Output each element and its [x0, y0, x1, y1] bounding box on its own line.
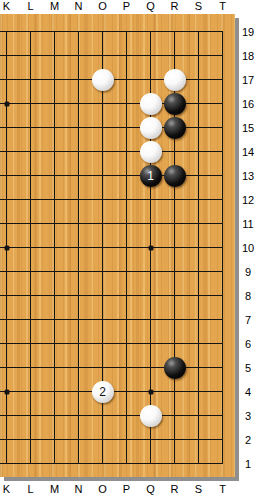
coord-label-row-18: 18	[236, 49, 260, 63]
coord-label-top-P: P	[115, 0, 139, 13]
star-point-Q10	[148, 246, 153, 251]
stone-white-Q14[interactable]	[140, 141, 162, 163]
coord-label-row-4: 4	[236, 385, 260, 399]
star-point-K16	[4, 102, 9, 107]
coord-label-bottom-S: S	[187, 483, 211, 496]
coord-label-top-L: L	[19, 0, 43, 13]
coord-label-row-3: 3	[236, 409, 260, 423]
coord-label-top-S: S	[187, 0, 211, 13]
coord-label-row-9: 9	[236, 265, 260, 279]
stone-white-Q3[interactable]	[140, 405, 162, 427]
stone-white-O4[interactable]: 2	[92, 381, 114, 403]
grid-line-row-9	[0, 271, 223, 272]
coord-label-bottom-T: T	[211, 483, 235, 496]
grid-line-row-14	[0, 151, 223, 152]
grid-line-row-18	[0, 55, 223, 56]
grid-line-row-10	[0, 247, 223, 248]
coord-label-row-5: 5	[236, 361, 260, 375]
coord-label-top-N: N	[67, 0, 91, 13]
stone-white-R17[interactable]	[164, 69, 186, 91]
coord-label-row-16: 16	[236, 97, 260, 111]
coord-label-bottom-L: L	[19, 483, 43, 496]
star-point-Q4	[148, 390, 153, 395]
coord-label-bottom-N: N	[67, 483, 91, 496]
go-board[interactable]: 12	[0, 14, 235, 477]
coord-label-row-2: 2	[236, 433, 260, 447]
grid-line-row-3	[0, 415, 223, 416]
grid-line-row-12	[0, 199, 223, 200]
stone-black-Q13[interactable]: 1	[140, 165, 162, 187]
grid-line-row-8	[0, 295, 223, 296]
coord-label-row-1: 1	[236, 457, 260, 471]
move-number-label: 1	[147, 170, 154, 182]
grid-line-row-6	[0, 343, 223, 344]
coord-label-bottom-M: M	[43, 483, 67, 496]
coord-label-bottom-O: O	[91, 483, 115, 496]
stone-black-R13[interactable]	[164, 165, 186, 187]
coord-label-row-7: 7	[236, 313, 260, 327]
grid-line-row-1	[0, 463, 223, 464]
stone-white-O17[interactable]	[92, 69, 114, 91]
coord-label-top-K: K	[0, 0, 19, 13]
coord-label-row-12: 12	[236, 193, 260, 207]
stone-black-R16[interactable]	[164, 93, 186, 115]
coord-label-top-M: M	[43, 0, 67, 13]
grid-line-row-16	[0, 103, 223, 104]
coord-label-bottom-Q: Q	[139, 483, 163, 496]
move-number-label: 2	[99, 386, 106, 398]
coord-label-row-17: 17	[236, 73, 260, 87]
coord-label-row-11: 11	[236, 217, 260, 231]
grid-line-row-15	[0, 127, 223, 128]
stone-white-Q16[interactable]	[140, 93, 162, 115]
star-point-K10	[4, 246, 9, 251]
grid-line-row-5	[0, 367, 223, 368]
coord-label-bottom-R: R	[163, 483, 187, 496]
grid-line-row-13	[0, 175, 223, 176]
grid-line-row-19	[0, 31, 223, 32]
coord-label-row-10: 10	[236, 241, 260, 255]
go-diagram: 12 KLMNOPQRSTKLMNOPQRST19181716151413121…	[0, 0, 260, 500]
grid-line-row-7	[0, 319, 223, 320]
coord-label-row-19: 19	[236, 25, 260, 39]
stone-black-R15[interactable]	[164, 117, 186, 139]
stone-black-R5[interactable]	[164, 357, 186, 379]
stone-white-Q15[interactable]	[140, 117, 162, 139]
coord-label-bottom-K: K	[0, 483, 19, 496]
coord-label-bottom-P: P	[115, 483, 139, 496]
coord-label-row-6: 6	[236, 337, 260, 351]
coord-label-top-O: O	[91, 0, 115, 13]
coord-label-row-15: 15	[236, 121, 260, 135]
coord-label-row-8: 8	[236, 289, 260, 303]
coord-label-row-13: 13	[236, 169, 260, 183]
coord-label-top-T: T	[211, 0, 235, 13]
grid-line-row-11	[0, 223, 223, 224]
grid-line-row-2	[0, 439, 223, 440]
star-point-K4	[4, 390, 9, 395]
coord-label-row-14: 14	[236, 145, 260, 159]
coord-label-top-Q: Q	[139, 0, 163, 13]
coord-label-top-R: R	[163, 0, 187, 13]
